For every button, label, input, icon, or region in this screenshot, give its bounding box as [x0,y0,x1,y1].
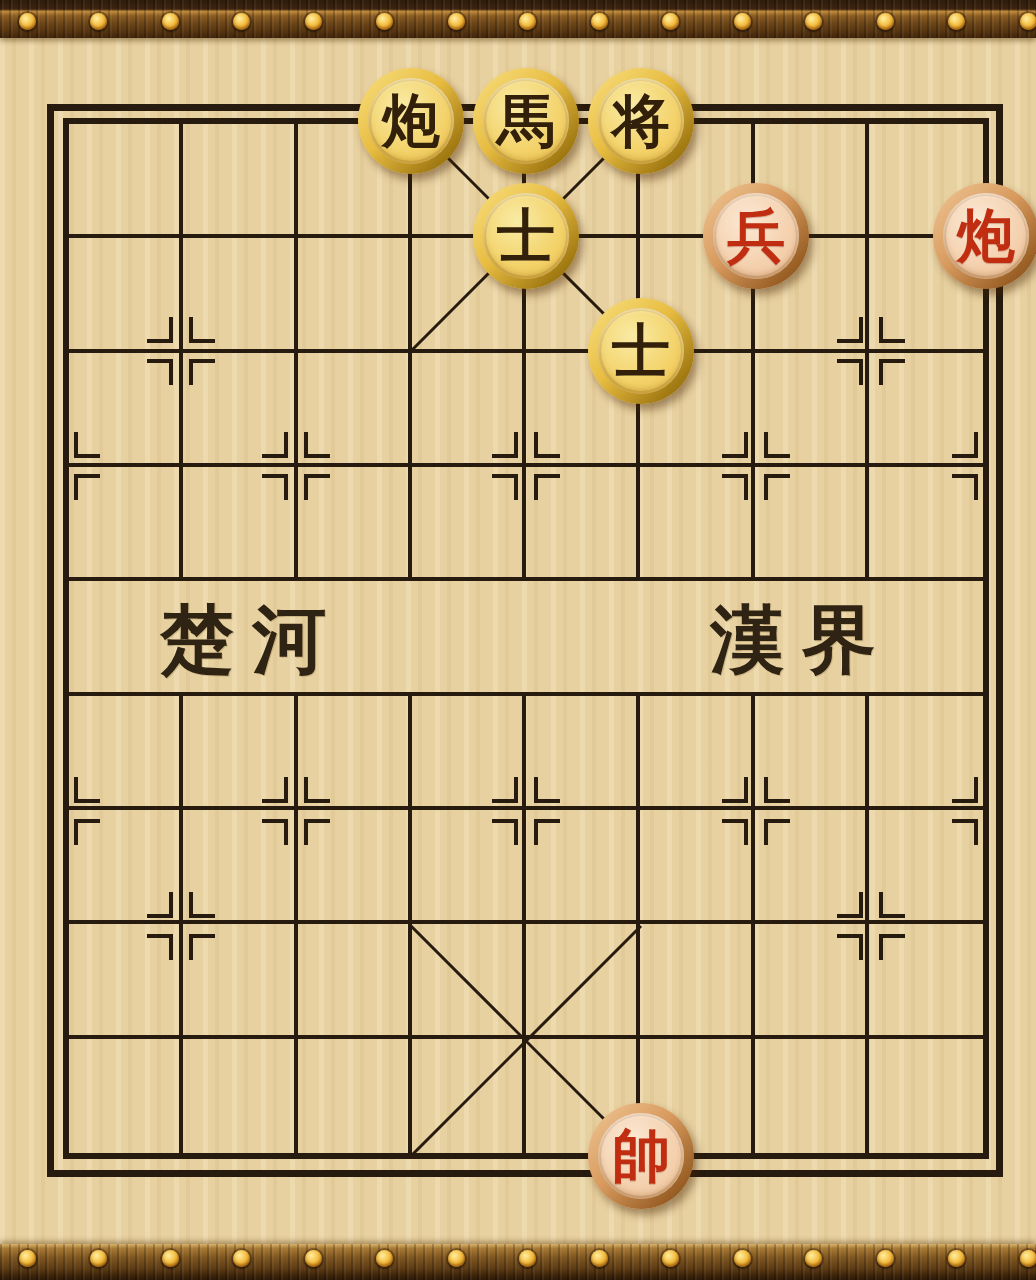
board-cell [69,124,183,238]
point-marker [722,432,748,458]
point-marker [304,819,330,845]
point-marker [147,359,173,385]
point-marker [189,317,215,343]
piece-face: 兵 [713,193,799,279]
point-marker [189,359,215,385]
point-marker [492,474,518,500]
point-marker [879,359,905,385]
piece-glyph: 士 [497,208,555,266]
point-marker [534,474,560,500]
piece-glyph: 馬 [497,93,555,151]
board-cell [526,581,640,695]
stud-icon [19,13,36,30]
river-label-chuhe: 楚河 [122,601,382,679]
stud-icon [376,1250,393,1267]
board-cell [183,124,297,238]
stud-icon [805,13,822,30]
point-marker [879,892,905,918]
point-marker [262,819,288,845]
stud-icon [305,13,322,30]
point-marker [764,432,790,458]
piece-red-cannon[interactable]: 炮 [933,183,1036,289]
stud-icon [734,13,751,30]
stud-icon [1020,13,1036,30]
stud-icon [233,1250,250,1267]
piece-face: 士 [483,193,569,279]
point-marker [722,777,748,803]
piece-black-advisor[interactable]: 士 [473,183,579,289]
board-cell [183,1039,297,1153]
piece-glyph: 将 [612,93,670,151]
stud-icon [19,1250,36,1267]
stud-icon [162,13,179,30]
stud-icon [90,1250,107,1267]
point-marker [837,317,863,343]
point-marker [837,934,863,960]
point-marker [262,432,288,458]
piece-glyph: 兵 [727,208,785,266]
stud-icon [662,13,679,30]
point-marker [262,777,288,803]
point-marker [147,934,173,960]
point-marker [147,892,173,918]
board-cell [412,924,526,1038]
stud-icon [448,13,465,30]
piece-face: 炮 [943,193,1029,279]
point-marker [879,317,905,343]
piece-black-cannon[interactable]: 炮 [358,68,464,174]
stud-icon [376,13,393,30]
point-marker [534,777,560,803]
point-marker [722,819,748,845]
stud-icon [305,1250,322,1267]
xiangqi-app: 楚河 漢界 炮馬将士兵炮士帥 [0,0,1036,1280]
board-cell [526,924,640,1038]
board-cell [298,1039,412,1153]
stud-icon [662,1250,679,1267]
stud-icon [591,13,608,30]
stud-icon [519,1250,536,1267]
piece-face: 帥 [598,1113,684,1199]
point-marker [837,359,863,385]
piece-black-horse[interactable]: 馬 [473,68,579,174]
point-marker [722,474,748,500]
stud-icon [948,1250,965,1267]
point-marker [189,892,215,918]
board-cell [412,581,526,695]
point-marker [492,777,518,803]
river-label-hanjie: 漢界 [672,601,932,679]
stud-icon [90,13,107,30]
piece-red-soldier[interactable]: 兵 [703,183,809,289]
stud-icon [734,1250,751,1267]
stud-icon [591,1250,608,1267]
board-cell [755,1039,869,1153]
stud-icon [162,1250,179,1267]
point-marker [952,819,978,845]
stud-icon [448,1250,465,1267]
piece-glyph: 帥 [612,1128,670,1186]
stud-icon [805,1250,822,1267]
point-marker [492,432,518,458]
board-cell [298,924,412,1038]
point-marker [534,819,560,845]
board-cell [298,238,412,352]
point-marker [534,432,560,458]
stud-icon [1020,1250,1036,1267]
piece-face: 炮 [368,78,454,164]
board-cell [412,1039,526,1153]
point-marker [74,474,100,500]
point-marker [189,934,215,960]
point-marker [304,432,330,458]
point-marker [952,777,978,803]
point-marker [764,777,790,803]
board-cell [640,924,754,1038]
point-marker [952,432,978,458]
point-marker [764,474,790,500]
point-marker [764,819,790,845]
stud-icon [233,13,250,30]
piece-red-general[interactable]: 帥 [588,1103,694,1209]
point-marker [74,777,100,803]
piece-black-advisor[interactable]: 士 [588,298,694,404]
point-marker [304,474,330,500]
stud-icon [877,1250,894,1267]
piece-face: 士 [598,308,684,394]
point-marker [304,777,330,803]
piece-glyph: 炮 [382,93,440,151]
point-marker [147,317,173,343]
board-cell [869,1039,983,1153]
piece-face: 将 [598,78,684,164]
piece-glyph: 士 [612,323,670,381]
point-marker [492,819,518,845]
board-cell [69,1039,183,1153]
piece-face: 馬 [483,78,569,164]
point-marker [952,474,978,500]
stud-icon [519,13,536,30]
stud-icon [877,13,894,30]
point-marker [74,432,100,458]
stud-icon [948,13,965,30]
piece-glyph: 炮 [957,208,1015,266]
point-marker [74,819,100,845]
point-marker [837,892,863,918]
point-marker [262,474,288,500]
point-marker [879,934,905,960]
piece-black-general[interactable]: 将 [588,68,694,174]
